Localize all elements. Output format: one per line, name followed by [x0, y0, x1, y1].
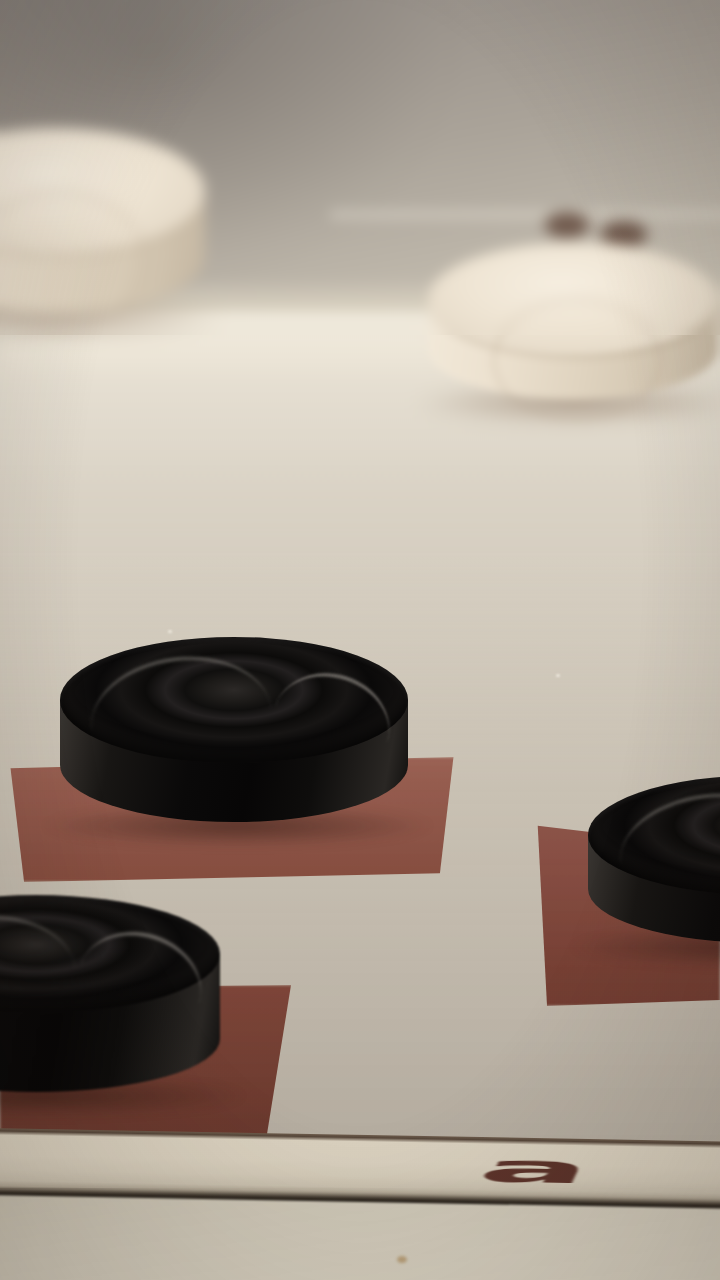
focus-blur-overlay-far	[0, 0, 720, 335]
dust-speck	[556, 674, 560, 677]
dust-speck	[168, 630, 172, 633]
focus-blur-overlay-near	[0, 1188, 720, 1280]
focus-blur-overlay-mid	[0, 335, 720, 465]
dark-square-a1	[0, 985, 300, 1137]
focus-blur-overlay-transition	[0, 465, 720, 555]
dark-square-c3	[6, 757, 458, 882]
checkers-photo-scene: a	[0, 0, 720, 1280]
